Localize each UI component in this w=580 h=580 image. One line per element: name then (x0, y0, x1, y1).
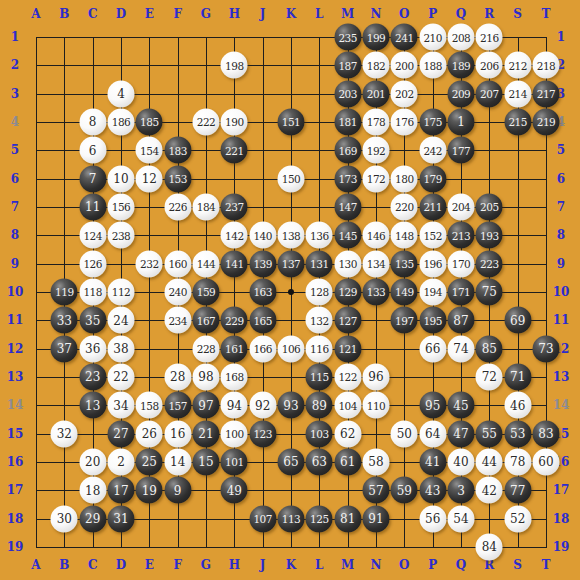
column-label-bottom-P: P (428, 559, 437, 571)
stone-E6-move-12: 12 (136, 165, 163, 192)
stone-Q9-move-170: 170 (447, 250, 474, 277)
star-point-K10 (288, 289, 294, 295)
column-label-bottom-J: J (260, 559, 266, 571)
stone-G14-move-97: 97 (192, 392, 219, 419)
stone-D3-move-4: 4 (107, 80, 134, 107)
stone-P8-move-152: 152 (419, 222, 446, 249)
stone-B12-move-37: 37 (51, 335, 78, 362)
row-label-right-1: 1 (557, 31, 565, 43)
stone-R13-move-72: 72 (476, 363, 503, 390)
stone-O8-move-148: 148 (391, 222, 418, 249)
stone-K14-move-93: 93 (277, 392, 304, 419)
stone-Q12-move-74: 74 (447, 335, 474, 362)
stone-C18-move-29: 29 (79, 505, 106, 532)
column-label-bottom-A: A (31, 559, 40, 571)
column-label-bottom-F: F (173, 559, 182, 571)
stone-B15-move-32: 32 (51, 420, 78, 447)
stone-Q7-move-204: 204 (447, 193, 474, 220)
stone-D12-move-38: 38 (107, 335, 134, 362)
stone-H13-move-168: 168 (221, 363, 248, 390)
stone-S13-move-71: 71 (504, 363, 531, 390)
stone-S14-move-46: 46 (504, 392, 531, 419)
stone-P5-move-242: 242 (419, 137, 446, 164)
stone-N8-move-146: 146 (362, 222, 389, 249)
column-label-top-K: K (286, 8, 296, 20)
stone-R16-move-44: 44 (476, 448, 503, 475)
stone-M12-move-121: 121 (334, 335, 361, 362)
row-label-right-10: 10 (553, 286, 570, 298)
stone-L8-move-136: 136 (306, 222, 333, 249)
stone-J9-move-139: 139 (249, 250, 276, 277)
stone-Q18-move-54: 54 (447, 505, 474, 532)
row-label-right-13: 13 (553, 371, 570, 383)
stone-L13-move-115: 115 (306, 363, 333, 390)
stone-H17-move-49: 49 (221, 477, 248, 504)
go-board: ABCDEFGHJKLMNOPQRST ABCDEFGHJKLMNOPQRST … (0, 0, 580, 580)
stone-M14-move-104: 104 (334, 392, 361, 419)
row-label-left-13: 13 (7, 371, 24, 383)
row-label-left-10: 10 (7, 286, 24, 298)
stone-L18-move-125: 125 (306, 505, 333, 532)
stone-J15-move-123: 123 (249, 420, 276, 447)
row-label-left-7: 7 (11, 201, 19, 213)
stone-P16-move-41: 41 (419, 448, 446, 475)
stone-Q16-move-40: 40 (447, 448, 474, 475)
row-label-right-18: 18 (553, 513, 570, 525)
stone-L12-move-116: 116 (306, 335, 333, 362)
stone-D18-move-31: 31 (107, 505, 134, 532)
stone-F5-move-183: 183 (164, 137, 191, 164)
row-label-left-15: 15 (7, 428, 24, 440)
stone-D4-move-186: 186 (107, 108, 134, 135)
stone-T15-move-83: 83 (532, 420, 559, 447)
stone-S4-move-215: 215 (504, 108, 531, 135)
stone-E9-move-232: 232 (136, 250, 163, 277)
stone-O9-move-135: 135 (391, 250, 418, 277)
stone-T2-move-218: 218 (532, 52, 559, 79)
stone-P7-move-211: 211 (419, 193, 446, 220)
stone-P11-move-195: 195 (419, 307, 446, 334)
stone-H9-move-141: 141 (221, 250, 248, 277)
column-label-top-B: B (59, 8, 69, 20)
column-label-top-D: D (116, 8, 126, 20)
stone-E17-move-19: 19 (136, 477, 163, 504)
stone-F17-move-9: 9 (164, 477, 191, 504)
column-label-top-H: H (229, 8, 240, 20)
row-label-left-11: 11 (7, 314, 24, 326)
stone-F7-move-226: 226 (164, 193, 191, 220)
stone-D7-move-156: 156 (107, 193, 134, 220)
stone-P10-move-194: 194 (419, 278, 446, 305)
row-label-left-5: 5 (11, 144, 19, 156)
stone-S2-move-212: 212 (504, 52, 531, 79)
stone-N1-move-199: 199 (362, 24, 389, 51)
stone-D8-move-238: 238 (107, 222, 134, 249)
column-label-top-F: F (173, 8, 182, 20)
stone-H15-move-100: 100 (221, 420, 248, 447)
stone-N5-move-192: 192 (362, 137, 389, 164)
stone-T4-move-219: 219 (532, 108, 559, 135)
stone-R15-move-55: 55 (476, 420, 503, 447)
stone-M4-move-181: 181 (334, 108, 361, 135)
stone-G15-move-21: 21 (192, 420, 219, 447)
stone-K6-move-150: 150 (277, 165, 304, 192)
column-label-bottom-M: M (341, 559, 354, 571)
stone-J10-move-163: 163 (249, 278, 276, 305)
stone-O7-move-220: 220 (391, 193, 418, 220)
stone-C17-move-18: 18 (79, 477, 106, 504)
stone-G12-move-228: 228 (192, 335, 219, 362)
stone-C6-move-7: 7 (79, 165, 106, 192)
stone-O11-move-197: 197 (391, 307, 418, 334)
stone-D14-move-34: 34 (107, 392, 134, 419)
stone-F9-move-160: 160 (164, 250, 191, 277)
row-label-right-14: 14 (553, 399, 570, 411)
stone-F6-move-153: 153 (164, 165, 191, 192)
stone-O6-move-180: 180 (391, 165, 418, 192)
stone-Q8-move-213: 213 (447, 222, 474, 249)
stone-G16-move-15: 15 (192, 448, 219, 475)
stone-R19-move-84: 84 (476, 533, 503, 560)
column-label-top-S: S (513, 8, 522, 20)
stone-K4-move-151: 151 (277, 108, 304, 135)
stone-C16-move-20: 20 (79, 448, 106, 475)
stone-F14-move-157: 157 (164, 392, 191, 419)
stone-M13-move-122: 122 (334, 363, 361, 390)
stone-N16-move-58: 58 (362, 448, 389, 475)
row-label-left-8: 8 (11, 229, 19, 241)
stone-H4-move-190: 190 (221, 108, 248, 135)
stone-F10-move-240: 240 (164, 278, 191, 305)
stone-F15-move-16: 16 (164, 420, 191, 447)
column-label-top-O: O (399, 8, 409, 20)
stone-P9-move-196: 196 (419, 250, 446, 277)
stone-H12-move-161: 161 (221, 335, 248, 362)
stone-Q5-move-177: 177 (447, 137, 474, 164)
stone-R12-move-85: 85 (476, 335, 503, 362)
column-label-top-P: P (428, 8, 437, 20)
stone-R10-move-75: 75 (476, 278, 503, 305)
stone-N2-move-182: 182 (362, 52, 389, 79)
stone-C13-move-23: 23 (79, 363, 106, 390)
stone-C4-move-8: 8 (79, 108, 106, 135)
row-label-right-6: 6 (557, 173, 565, 185)
stone-S18-move-52: 52 (504, 505, 531, 532)
column-label-top-J: J (260, 8, 266, 20)
row-label-left-2: 2 (11, 59, 19, 71)
column-label-bottom-K: K (286, 559, 296, 571)
stone-S3-move-214: 214 (504, 80, 531, 107)
stone-N17-move-57: 57 (362, 477, 389, 504)
stone-J18-move-107: 107 (249, 505, 276, 532)
stone-O10-move-149: 149 (391, 278, 418, 305)
stone-C10-move-118: 118 (79, 278, 106, 305)
stone-G7-move-184: 184 (192, 193, 219, 220)
row-label-right-17: 17 (553, 484, 570, 496)
column-label-bottom-E: E (145, 559, 154, 571)
stone-P14-move-95: 95 (419, 392, 446, 419)
stone-G11-move-167: 167 (192, 307, 219, 334)
column-label-bottom-Q: Q (456, 559, 466, 571)
stone-M11-move-127: 127 (334, 307, 361, 334)
column-label-bottom-S: S (513, 559, 522, 571)
stone-O15-move-50: 50 (391, 420, 418, 447)
row-label-left-18: 18 (7, 513, 24, 525)
stone-T16-move-60: 60 (532, 448, 559, 475)
stone-C5-move-6: 6 (79, 137, 106, 164)
stone-O3-move-202: 202 (391, 80, 418, 107)
stone-H7-move-237: 237 (221, 193, 248, 220)
stone-J8-move-140: 140 (249, 222, 276, 249)
stone-Q14-move-45: 45 (447, 392, 474, 419)
stone-E5-move-154: 154 (136, 137, 163, 164)
stone-L11-move-132: 132 (306, 307, 333, 334)
column-label-top-N: N (371, 8, 382, 20)
column-label-top-T: T (542, 8, 551, 20)
column-label-top-L: L (315, 8, 323, 20)
stone-D10-move-112: 112 (107, 278, 134, 305)
row-label-right-8: 8 (557, 229, 565, 241)
stone-Q4-move-1: 1 (447, 108, 474, 135)
row-label-left-17: 17 (7, 484, 24, 496)
stone-S15-move-53: 53 (504, 420, 531, 447)
stone-K9-move-137: 137 (277, 250, 304, 277)
stone-S11-move-69: 69 (504, 307, 531, 334)
stone-M9-move-130: 130 (334, 250, 361, 277)
stone-G13-move-98: 98 (192, 363, 219, 390)
stone-M18-move-81: 81 (334, 505, 361, 532)
row-label-left-16: 16 (7, 456, 24, 468)
row-label-left-12: 12 (7, 343, 24, 355)
stone-R2-move-206: 206 (476, 52, 503, 79)
stone-M8-move-145: 145 (334, 222, 361, 249)
stone-L15-move-103: 103 (306, 420, 333, 447)
column-label-bottom-L: L (315, 559, 323, 571)
stone-E16-move-25: 25 (136, 448, 163, 475)
stone-R3-move-207: 207 (476, 80, 503, 107)
stone-P15-move-64: 64 (419, 420, 446, 447)
row-label-right-11: 11 (553, 314, 570, 326)
row-label-left-1: 1 (11, 31, 19, 43)
stone-R17-move-42: 42 (476, 477, 503, 504)
column-label-bottom-O: O (399, 559, 409, 571)
stone-R7-move-205: 205 (476, 193, 503, 220)
stone-F16-move-14: 14 (164, 448, 191, 475)
column-label-top-Q: Q (456, 8, 466, 20)
stone-L9-move-131: 131 (306, 250, 333, 277)
stone-H16-move-101: 101 (221, 448, 248, 475)
stone-H14-move-94: 94 (221, 392, 248, 419)
stone-M2-move-187: 187 (334, 52, 361, 79)
stone-Q11-move-87: 87 (447, 307, 474, 334)
column-label-bottom-G: G (201, 559, 211, 571)
column-label-bottom-C: C (88, 559, 98, 571)
row-label-left-19: 19 (7, 541, 24, 553)
stone-P17-move-43: 43 (419, 477, 446, 504)
stone-R9-move-223: 223 (476, 250, 503, 277)
stone-O1-move-241: 241 (391, 24, 418, 51)
row-label-right-5: 5 (557, 144, 565, 156)
stone-H8-move-142: 142 (221, 222, 248, 249)
stone-F13-move-28: 28 (164, 363, 191, 390)
stone-D13-move-22: 22 (107, 363, 134, 390)
stone-Q17-move-3: 3 (447, 477, 474, 504)
stone-O2-move-200: 200 (391, 52, 418, 79)
stone-H5-move-221: 221 (221, 137, 248, 164)
row-label-right-19: 19 (553, 541, 570, 553)
stone-Q1-move-208: 208 (447, 24, 474, 51)
row-label-left-9: 9 (11, 258, 19, 270)
stone-M16-move-61: 61 (334, 448, 361, 475)
stone-C14-move-13: 13 (79, 392, 106, 419)
stone-J12-move-166: 166 (249, 335, 276, 362)
stone-P12-move-66: 66 (419, 335, 446, 362)
stone-B10-move-119: 119 (51, 278, 78, 305)
stone-H11-move-229: 229 (221, 307, 248, 334)
column-label-top-G: G (201, 8, 211, 20)
stone-J14-move-92: 92 (249, 392, 276, 419)
stone-P1-move-210: 210 (419, 24, 446, 51)
row-label-right-9: 9 (557, 258, 565, 270)
stone-G4-move-222: 222 (192, 108, 219, 135)
stone-G9-move-144: 144 (192, 250, 219, 277)
stone-N14-move-110: 110 (362, 392, 389, 419)
column-label-bottom-R: R (484, 559, 494, 571)
stone-C12-move-36: 36 (79, 335, 106, 362)
column-label-bottom-B: B (59, 559, 69, 571)
stone-R1-move-216: 216 (476, 24, 503, 51)
stone-N4-move-178: 178 (362, 108, 389, 135)
stone-C9-move-126: 126 (79, 250, 106, 277)
stone-E15-move-26: 26 (136, 420, 163, 447)
column-label-top-M: M (341, 8, 354, 20)
stone-M10-move-129: 129 (334, 278, 361, 305)
column-label-top-A: A (31, 8, 40, 20)
row-label-left-4: 4 (11, 116, 19, 128)
stone-S17-move-77: 77 (504, 477, 531, 504)
stone-M1-move-235: 235 (334, 24, 361, 51)
stone-E4-move-185: 185 (136, 108, 163, 135)
stone-J11-move-165: 165 (249, 307, 276, 334)
stone-Q15-move-47: 47 (447, 420, 474, 447)
column-label-bottom-T: T (542, 559, 551, 571)
stone-O17-move-59: 59 (391, 477, 418, 504)
stone-B11-move-33: 33 (51, 307, 78, 334)
stone-T12-move-73: 73 (532, 335, 559, 362)
stone-R8-move-193: 193 (476, 222, 503, 249)
row-label-right-7: 7 (557, 201, 565, 213)
stone-C11-move-35: 35 (79, 307, 106, 334)
row-label-left-3: 3 (11, 88, 19, 100)
stone-E14-move-158: 158 (136, 392, 163, 419)
stone-L14-move-89: 89 (306, 392, 333, 419)
stone-D6-move-10: 10 (107, 165, 134, 192)
stone-D16-move-2: 2 (107, 448, 134, 475)
stone-N13-move-96: 96 (362, 363, 389, 390)
stone-F11-move-234: 234 (164, 307, 191, 334)
stone-T3-move-217: 217 (532, 80, 559, 107)
stone-M3-move-203: 203 (334, 80, 361, 107)
column-label-top-R: R (484, 8, 494, 20)
row-label-left-6: 6 (11, 173, 19, 185)
stone-N6-move-172: 172 (362, 165, 389, 192)
stone-M15-move-62: 62 (334, 420, 361, 447)
stone-D11-move-24: 24 (107, 307, 134, 334)
stone-Q10-move-171: 171 (447, 278, 474, 305)
stone-N10-move-133: 133 (362, 278, 389, 305)
stone-L10-move-128: 128 (306, 278, 333, 305)
stone-M6-move-173: 173 (334, 165, 361, 192)
stone-C8-move-124: 124 (79, 222, 106, 249)
stone-C7-move-11: 11 (79, 193, 106, 220)
stone-K12-move-106: 106 (277, 335, 304, 362)
stone-Q3-move-209: 209 (447, 80, 474, 107)
stone-P6-move-179: 179 (419, 165, 446, 192)
stone-P4-move-175: 175 (419, 108, 446, 135)
stone-P18-move-56: 56 (419, 505, 446, 532)
column-label-top-C: C (88, 8, 98, 20)
stone-K8-move-138: 138 (277, 222, 304, 249)
column-label-bottom-N: N (371, 559, 382, 571)
stone-L16-move-63: 63 (306, 448, 333, 475)
column-label-top-E: E (145, 8, 154, 20)
stone-M7-move-147: 147 (334, 193, 361, 220)
column-label-bottom-H: H (229, 559, 240, 571)
stone-M5-move-169: 169 (334, 137, 361, 164)
stone-D15-move-27: 27 (107, 420, 134, 447)
row-label-left-14: 14 (7, 399, 24, 411)
column-label-bottom-D: D (116, 559, 126, 571)
stone-N3-move-201: 201 (362, 80, 389, 107)
stone-G10-move-159: 159 (192, 278, 219, 305)
stone-N18-move-91: 91 (362, 505, 389, 532)
stone-P2-move-188: 188 (419, 52, 446, 79)
stone-Q2-move-189: 189 (447, 52, 474, 79)
stone-H2-move-198: 198 (221, 52, 248, 79)
stone-D17-move-17: 17 (107, 477, 134, 504)
stone-S16-move-78: 78 (504, 448, 531, 475)
stone-B18-move-30: 30 (51, 505, 78, 532)
stone-O4-move-176: 176 (391, 108, 418, 135)
stone-N9-move-134: 134 (362, 250, 389, 277)
stone-K16-move-65: 65 (277, 448, 304, 475)
stone-K18-move-113: 113 (277, 505, 304, 532)
